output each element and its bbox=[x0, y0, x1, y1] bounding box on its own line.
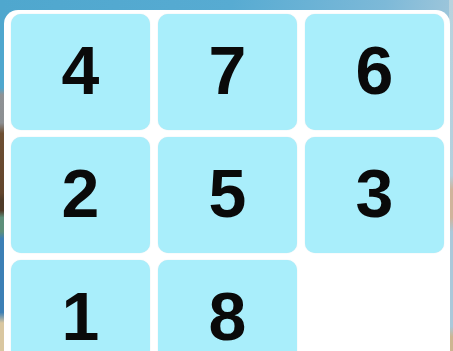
tile-3[interactable]: 3 bbox=[305, 137, 444, 253]
tile-6[interactable]: 6 bbox=[305, 14, 444, 130]
tile-number: 4 bbox=[62, 36, 100, 104]
tile-5[interactable]: 5 bbox=[158, 137, 297, 253]
puzzle-grid: 4 7 6 2 5 3 1 8 bbox=[11, 14, 444, 351]
tile-8[interactable]: 8 bbox=[158, 260, 297, 351]
tile-number: 2 bbox=[62, 159, 100, 227]
tile-number: 7 bbox=[209, 36, 247, 104]
tile-2[interactable]: 2 bbox=[11, 137, 150, 253]
puzzle-board: 4 7 6 2 5 3 1 8 bbox=[4, 10, 450, 351]
tile-7[interactable]: 7 bbox=[158, 14, 297, 130]
empty-cell bbox=[305, 260, 444, 351]
tile-number: 3 bbox=[356, 159, 394, 227]
tile-number: 6 bbox=[356, 36, 394, 104]
tile-1[interactable]: 1 bbox=[11, 260, 150, 351]
tile-4[interactable]: 4 bbox=[11, 14, 150, 130]
tile-number: 5 bbox=[209, 159, 247, 227]
tile-number: 1 bbox=[62, 282, 100, 350]
tile-number: 8 bbox=[209, 282, 247, 350]
